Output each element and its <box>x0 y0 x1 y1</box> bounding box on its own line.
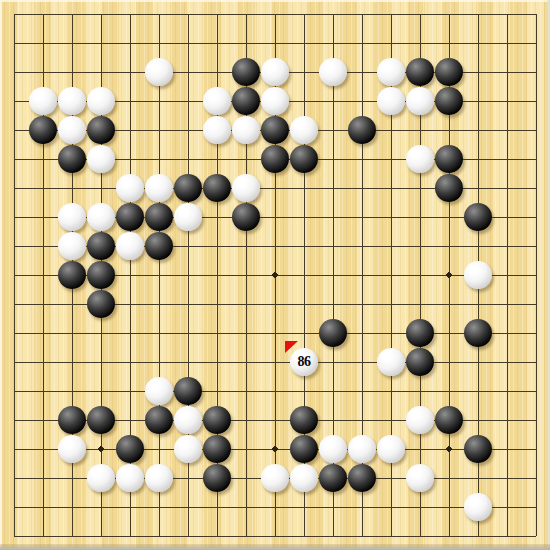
stone-black <box>87 116 115 144</box>
last-move-stone: 86 <box>290 348 318 376</box>
stone-black <box>203 406 231 434</box>
stone-black <box>145 232 173 260</box>
stone-black <box>290 435 318 463</box>
move-number-label: 86 <box>290 348 318 376</box>
stone-black <box>116 435 144 463</box>
stone-black <box>145 406 173 434</box>
stone-white <box>116 174 144 202</box>
stone-white <box>261 464 289 492</box>
stone-white <box>464 261 492 289</box>
stone-black <box>261 145 289 173</box>
star-point <box>446 272 451 277</box>
stone-black <box>116 203 144 231</box>
stone-white <box>87 87 115 115</box>
stone-black <box>435 174 463 202</box>
board-right-edge <box>546 0 550 550</box>
stone-white <box>203 116 231 144</box>
stone-white <box>406 145 434 173</box>
stone-black <box>232 203 260 231</box>
star-point <box>272 446 277 451</box>
stone-black <box>87 261 115 289</box>
stone-white <box>58 87 86 115</box>
stone-white <box>174 203 202 231</box>
stone-white <box>377 87 405 115</box>
stone-white <box>87 203 115 231</box>
stone-white <box>319 435 347 463</box>
stone-black <box>87 406 115 434</box>
stone-black <box>406 319 434 347</box>
stone-black <box>464 435 492 463</box>
stone-black <box>319 464 347 492</box>
stone-black <box>464 319 492 347</box>
stone-black <box>435 406 463 434</box>
stone-black <box>406 58 434 86</box>
stone-white <box>58 435 86 463</box>
stone-white <box>348 435 376 463</box>
stone-black <box>319 319 347 347</box>
stone-black <box>87 290 115 318</box>
stone-black <box>145 203 173 231</box>
stone-black <box>435 145 463 173</box>
stone-white <box>145 58 173 86</box>
stone-black <box>435 58 463 86</box>
stone-black <box>290 406 318 434</box>
stone-black <box>58 406 86 434</box>
stone-white <box>174 406 202 434</box>
stone-white <box>145 464 173 492</box>
stone-black <box>464 203 492 231</box>
stone-white <box>87 464 115 492</box>
stone-black <box>290 145 318 173</box>
stone-white <box>406 464 434 492</box>
stone-white <box>290 116 318 144</box>
stone-white <box>377 348 405 376</box>
stone-black <box>58 145 86 173</box>
stone-white <box>261 87 289 115</box>
star-point <box>272 272 277 277</box>
stone-black <box>348 464 376 492</box>
goban[interactable]: 86 <box>0 0 550 550</box>
stone-white <box>232 116 260 144</box>
star-point <box>446 446 451 451</box>
stone-black <box>435 87 463 115</box>
stone-black <box>406 348 434 376</box>
stone-white <box>232 174 260 202</box>
stone-white <box>87 145 115 173</box>
stone-white <box>290 464 318 492</box>
stone-black <box>232 58 260 86</box>
stone-black <box>232 87 260 115</box>
stone-white <box>319 58 347 86</box>
board-bottom-edge <box>0 544 550 550</box>
stone-black <box>203 435 231 463</box>
stone-black <box>203 464 231 492</box>
stone-black <box>29 116 57 144</box>
stone-white <box>58 116 86 144</box>
stone-white <box>58 203 86 231</box>
stone-black <box>348 116 376 144</box>
stone-white <box>377 58 405 86</box>
star-point <box>98 446 103 451</box>
stone-black <box>261 116 289 144</box>
stone-white <box>145 377 173 405</box>
stone-white <box>116 232 144 260</box>
stone-black <box>174 174 202 202</box>
stone-white <box>261 58 289 86</box>
stone-white <box>174 435 202 463</box>
stone-white <box>406 406 434 434</box>
stone-black <box>58 261 86 289</box>
stone-white <box>377 435 405 463</box>
stone-white <box>116 464 144 492</box>
stone-white <box>203 87 231 115</box>
stone-white <box>406 87 434 115</box>
stone-white <box>464 493 492 521</box>
stone-black <box>174 377 202 405</box>
stone-white <box>29 87 57 115</box>
stone-black <box>87 232 115 260</box>
stone-white <box>145 174 173 202</box>
stone-white <box>58 232 86 260</box>
stone-black <box>203 174 231 202</box>
